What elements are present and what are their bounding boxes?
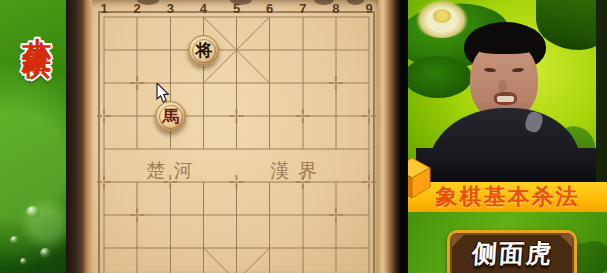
xiangqi-board[interactable]: 123456789 楚河 漢界 — [92, 0, 378, 273]
column-label: 6 — [263, 1, 277, 16]
panel-divider — [400, 0, 408, 273]
column-label: 2 — [130, 1, 144, 16]
water-drop-icon — [10, 236, 19, 244]
water-drop-icon — [26, 206, 40, 218]
streamer-hair-fringe — [468, 28, 542, 54]
column-label: 7 — [296, 1, 310, 16]
sidebar: 小莫象棋 — [0, 0, 66, 273]
webcam-edge — [596, 0, 607, 182]
lesson-button-text: 侧面虎 — [470, 237, 553, 270]
channel-title: 小莫象棋 — [17, 14, 57, 164]
mouse-cursor — [156, 83, 172, 105]
board-grid — [92, 0, 378, 273]
webcam-video — [408, 0, 607, 182]
column-label: 9 — [362, 1, 376, 16]
board-frame-left — [66, 0, 92, 273]
streamer-mouth — [494, 92, 517, 105]
column-label: 8 — [329, 1, 343, 16]
water-drop-icon — [20, 258, 27, 265]
board-frame-right — [378, 0, 400, 273]
water-drop-icon — [40, 248, 51, 258]
lesson-banner: 象棋基本杀法 — [408, 182, 607, 212]
cube-icon — [408, 156, 433, 200]
lily-pad-icon — [408, 56, 472, 98]
lower-panel: 侧面虎 — [408, 212, 607, 273]
river-label-right: 漢界 — [270, 158, 326, 184]
column-label: 1 — [97, 1, 111, 16]
column-label: 5 — [230, 1, 244, 16]
right-panel: 象棋基本杀法 侧面虎 — [408, 0, 607, 273]
lesson-banner-text: 象棋基本杀法 — [436, 182, 580, 212]
streamer-shoulders — [416, 148, 596, 184]
streamer-nose — [498, 80, 507, 92]
column-label: 4 — [196, 1, 210, 16]
lotus-flower-icon — [414, 0, 470, 38]
river-label-left: 楚河 — [146, 158, 202, 184]
column-label: 3 — [163, 1, 177, 16]
stream-frame: 小莫象棋 — [0, 0, 607, 273]
lesson-button[interactable]: 侧面虎 — [447, 230, 577, 273]
